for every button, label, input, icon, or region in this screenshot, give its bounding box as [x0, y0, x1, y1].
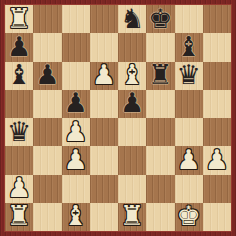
piece-white-pawn[interactable]: ♟	[64, 118, 88, 145]
square-g2[interactable]	[175, 175, 203, 203]
square-a8[interactable]: ♜	[5, 5, 33, 33]
square-b8[interactable]	[33, 5, 61, 33]
square-d1[interactable]	[90, 203, 118, 231]
square-b4[interactable]	[33, 118, 61, 146]
square-b6[interactable]: ♟	[33, 62, 61, 90]
square-e3[interactable]	[118, 146, 146, 174]
square-c6[interactable]	[62, 62, 90, 90]
square-a5[interactable]	[5, 90, 33, 118]
square-h6[interactable]	[203, 62, 231, 90]
piece-white-pawn[interactable]: ♟	[92, 62, 116, 89]
square-f4[interactable]	[146, 118, 174, 146]
square-e2[interactable]	[118, 175, 146, 203]
square-d5[interactable]	[90, 90, 118, 118]
square-d4[interactable]	[90, 118, 118, 146]
square-h4[interactable]	[203, 118, 231, 146]
square-c1[interactable]: ♝	[62, 203, 90, 231]
square-a6[interactable]: ♝	[5, 62, 33, 90]
piece-white-king[interactable]: ♚	[177, 203, 201, 230]
piece-black-bishop[interactable]: ♝	[7, 62, 31, 89]
square-h7[interactable]	[203, 33, 231, 61]
piece-black-pawn[interactable]: ♟	[35, 62, 59, 89]
square-d2[interactable]	[90, 175, 118, 203]
square-c2[interactable]	[62, 175, 90, 203]
piece-black-rook[interactable]: ♜	[148, 62, 172, 89]
chess-board-frame: ♜♞♚♟♝♝♟♟♝♜♛♟♟♛♟♟♟♟♟♜♝♜♚	[0, 0, 236, 236]
square-a4[interactable]: ♛	[5, 118, 33, 146]
square-c3[interactable]: ♟	[62, 146, 90, 174]
square-g3[interactable]: ♟	[175, 146, 203, 174]
square-f1[interactable]	[146, 203, 174, 231]
square-c8[interactable]	[62, 5, 90, 33]
square-e1[interactable]: ♜	[118, 203, 146, 231]
square-h3[interactable]: ♟	[203, 146, 231, 174]
square-d6[interactable]: ♟	[90, 62, 118, 90]
piece-white-pawn[interactable]: ♟	[205, 146, 229, 173]
square-d3[interactable]	[90, 146, 118, 174]
square-a7[interactable]: ♟	[5, 33, 33, 61]
square-f7[interactable]	[146, 33, 174, 61]
piece-black-pawn[interactable]: ♟	[7, 33, 31, 60]
piece-black-pawn[interactable]: ♟	[64, 90, 88, 117]
piece-black-pawn[interactable]: ♟	[120, 90, 144, 117]
square-h1[interactable]	[203, 203, 231, 231]
piece-white-pawn[interactable]: ♟	[177, 146, 201, 173]
square-c5[interactable]: ♟	[62, 90, 90, 118]
square-c7[interactable]	[62, 33, 90, 61]
piece-white-rook[interactable]: ♜	[7, 5, 31, 32]
square-c4[interactable]: ♟	[62, 118, 90, 146]
square-f2[interactable]	[146, 175, 174, 203]
square-h2[interactable]	[203, 175, 231, 203]
square-d7[interactable]	[90, 33, 118, 61]
square-b3[interactable]	[33, 146, 61, 174]
square-g4[interactable]	[175, 118, 203, 146]
square-e5[interactable]: ♟	[118, 90, 146, 118]
square-g8[interactable]	[175, 5, 203, 33]
piece-white-bishop[interactable]: ♝	[120, 62, 144, 89]
square-e4[interactable]	[118, 118, 146, 146]
square-f8[interactable]: ♚	[146, 5, 174, 33]
piece-white-pawn[interactable]: ♟	[7, 175, 31, 202]
square-b1[interactable]	[33, 203, 61, 231]
piece-black-knight[interactable]: ♞	[120, 5, 144, 32]
square-f3[interactable]	[146, 146, 174, 174]
square-g6[interactable]: ♛	[175, 62, 203, 90]
square-d8[interactable]	[90, 5, 118, 33]
square-f6[interactable]: ♜	[146, 62, 174, 90]
piece-white-rook[interactable]: ♜	[7, 203, 31, 230]
square-a1[interactable]: ♜	[5, 203, 33, 231]
square-e6[interactable]: ♝	[118, 62, 146, 90]
square-a3[interactable]	[5, 146, 33, 174]
square-a2[interactable]: ♟	[5, 175, 33, 203]
piece-white-rook[interactable]: ♜	[120, 203, 144, 230]
square-b2[interactable]	[33, 175, 61, 203]
square-f5[interactable]	[146, 90, 174, 118]
square-g1[interactable]: ♚	[175, 203, 203, 231]
square-e8[interactable]: ♞	[118, 5, 146, 33]
piece-black-bishop[interactable]: ♝	[177, 33, 201, 60]
square-b5[interactable]	[33, 90, 61, 118]
piece-white-pawn[interactable]: ♟	[64, 146, 88, 173]
piece-black-queen[interactable]: ♛	[177, 62, 201, 89]
square-g5[interactable]	[175, 90, 203, 118]
square-e7[interactable]	[118, 33, 146, 61]
piece-black-king[interactable]: ♚	[148, 5, 172, 32]
square-b7[interactable]	[33, 33, 61, 61]
square-h5[interactable]	[203, 90, 231, 118]
piece-white-bishop[interactable]: ♝	[64, 203, 88, 230]
piece-black-queen[interactable]: ♛	[7, 118, 31, 145]
chess-board: ♜♞♚♟♝♝♟♟♝♜♛♟♟♛♟♟♟♟♟♜♝♜♚	[5, 5, 231, 231]
square-h8[interactable]	[203, 5, 231, 33]
square-g7[interactable]: ♝	[175, 33, 203, 61]
